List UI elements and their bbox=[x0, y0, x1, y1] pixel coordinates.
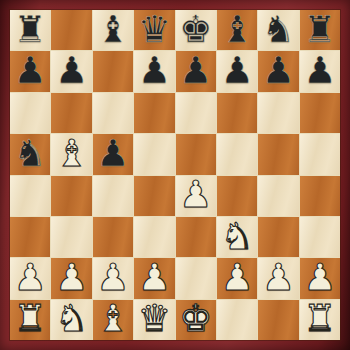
square-g3[interactable] bbox=[258, 217, 298, 257]
square-a6[interactable] bbox=[10, 93, 50, 133]
square-g4[interactable] bbox=[258, 176, 298, 216]
square-g1[interactable] bbox=[258, 300, 298, 340]
square-d2[interactable]: ♟ bbox=[134, 258, 174, 298]
white-pawn-piece[interactable]: ♟ bbox=[220, 259, 253, 296]
square-b6[interactable] bbox=[51, 93, 91, 133]
square-f1[interactable] bbox=[217, 300, 257, 340]
square-f6[interactable] bbox=[217, 93, 257, 133]
black-bishop-piece[interactable]: ♝ bbox=[96, 11, 129, 48]
square-f2[interactable]: ♟ bbox=[217, 258, 257, 298]
square-h1[interactable]: ♜ bbox=[300, 300, 340, 340]
black-pawn-piece[interactable]: ♟ bbox=[96, 135, 129, 172]
square-g6[interactable] bbox=[258, 93, 298, 133]
white-king-piece[interactable]: ♚ bbox=[179, 300, 212, 337]
black-king-piece[interactable]: ♚ bbox=[179, 11, 212, 48]
square-h4[interactable] bbox=[300, 176, 340, 216]
square-b1[interactable]: ♞ bbox=[51, 300, 91, 340]
white-queen-piece[interactable]: ♛ bbox=[138, 300, 171, 337]
square-d4[interactable] bbox=[134, 176, 174, 216]
black-pawn-piece[interactable]: ♟ bbox=[138, 52, 171, 89]
square-a1[interactable]: ♜ bbox=[10, 300, 50, 340]
square-d7[interactable]: ♟ bbox=[134, 51, 174, 91]
square-g8[interactable]: ♞ bbox=[258, 10, 298, 50]
square-g2[interactable]: ♟ bbox=[258, 258, 298, 298]
square-e5[interactable] bbox=[176, 134, 216, 174]
square-e6[interactable] bbox=[176, 93, 216, 133]
square-e8[interactable]: ♚ bbox=[176, 10, 216, 50]
white-knight-piece[interactable]: ♞ bbox=[220, 218, 253, 255]
white-rook-piece[interactable]: ♜ bbox=[14, 300, 47, 337]
black-pawn-piece[interactable]: ♟ bbox=[55, 52, 88, 89]
square-a2[interactable]: ♟ bbox=[10, 258, 50, 298]
white-pawn-piece[interactable]: ♟ bbox=[262, 259, 295, 296]
black-rook-piece[interactable]: ♜ bbox=[303, 11, 336, 48]
square-e2[interactable] bbox=[176, 258, 216, 298]
square-b8[interactable] bbox=[51, 10, 91, 50]
square-a7[interactable]: ♟ bbox=[10, 51, 50, 91]
square-c3[interactable] bbox=[93, 217, 133, 257]
black-pawn-piece[interactable]: ♟ bbox=[303, 52, 336, 89]
square-f4[interactable] bbox=[217, 176, 257, 216]
black-pawn-piece[interactable]: ♟ bbox=[179, 52, 212, 89]
black-pawn-piece[interactable]: ♟ bbox=[262, 52, 295, 89]
square-h6[interactable] bbox=[300, 93, 340, 133]
white-pawn-piece[interactable]: ♟ bbox=[96, 259, 129, 296]
square-b4[interactable] bbox=[51, 176, 91, 216]
square-c2[interactable]: ♟ bbox=[93, 258, 133, 298]
square-c7[interactable] bbox=[93, 51, 133, 91]
square-c4[interactable] bbox=[93, 176, 133, 216]
square-d1[interactable]: ♛ bbox=[134, 300, 174, 340]
square-h7[interactable]: ♟ bbox=[300, 51, 340, 91]
square-a5[interactable]: ♞ bbox=[10, 134, 50, 174]
square-h2[interactable]: ♟ bbox=[300, 258, 340, 298]
square-b7[interactable]: ♟ bbox=[51, 51, 91, 91]
white-pawn-piece[interactable]: ♟ bbox=[138, 259, 171, 296]
square-e3[interactable] bbox=[176, 217, 216, 257]
black-pawn-piece[interactable]: ♟ bbox=[14, 52, 47, 89]
square-d5[interactable] bbox=[134, 134, 174, 174]
black-pawn-piece[interactable]: ♟ bbox=[220, 52, 253, 89]
chess-board: ♜♝♛♚♝♞♜♟♟♟♟♟♟♟♞♝♟♟♞♟♟♟♟♟♟♟♜♞♝♛♚♜ bbox=[10, 10, 340, 340]
square-b2[interactable]: ♟ bbox=[51, 258, 91, 298]
square-h3[interactable] bbox=[300, 217, 340, 257]
square-h5[interactable] bbox=[300, 134, 340, 174]
black-knight-piece[interactable]: ♞ bbox=[14, 135, 47, 172]
white-bishop-piece[interactable]: ♝ bbox=[55, 135, 88, 172]
square-f5[interactable] bbox=[217, 134, 257, 174]
square-d8[interactable]: ♛ bbox=[134, 10, 174, 50]
square-e7[interactable]: ♟ bbox=[176, 51, 216, 91]
square-c8[interactable]: ♝ bbox=[93, 10, 133, 50]
square-c5[interactable]: ♟ bbox=[93, 134, 133, 174]
board-frame: ♜♝♛♚♝♞♜♟♟♟♟♟♟♟♞♝♟♟♞♟♟♟♟♟♟♟♜♞♝♛♚♜ bbox=[0, 0, 350, 350]
square-f7[interactable]: ♟ bbox=[217, 51, 257, 91]
white-pawn-piece[interactable]: ♟ bbox=[55, 259, 88, 296]
square-f8[interactable]: ♝ bbox=[217, 10, 257, 50]
white-pawn-piece[interactable]: ♟ bbox=[179, 176, 212, 213]
square-h8[interactable]: ♜ bbox=[300, 10, 340, 50]
square-b3[interactable] bbox=[51, 217, 91, 257]
black-bishop-piece[interactable]: ♝ bbox=[220, 11, 253, 48]
white-knight-piece[interactable]: ♞ bbox=[55, 300, 88, 337]
square-d6[interactable] bbox=[134, 93, 174, 133]
square-a3[interactable] bbox=[10, 217, 50, 257]
square-d3[interactable] bbox=[134, 217, 174, 257]
square-c1[interactable]: ♝ bbox=[93, 300, 133, 340]
square-g5[interactable] bbox=[258, 134, 298, 174]
white-rook-piece[interactable]: ♜ bbox=[303, 300, 336, 337]
square-a8[interactable]: ♜ bbox=[10, 10, 50, 50]
white-pawn-piece[interactable]: ♟ bbox=[14, 259, 47, 296]
square-g7[interactable]: ♟ bbox=[258, 51, 298, 91]
black-queen-piece[interactable]: ♛ bbox=[138, 11, 171, 48]
black-knight-piece[interactable]: ♞ bbox=[262, 11, 295, 48]
square-b5[interactable]: ♝ bbox=[51, 134, 91, 174]
square-c6[interactable] bbox=[93, 93, 133, 133]
white-pawn-piece[interactable]: ♟ bbox=[303, 259, 336, 296]
square-e4[interactable]: ♟ bbox=[176, 176, 216, 216]
square-f3[interactable]: ♞ bbox=[217, 217, 257, 257]
square-e1[interactable]: ♚ bbox=[176, 300, 216, 340]
black-rook-piece[interactable]: ♜ bbox=[14, 11, 47, 48]
square-a4[interactable] bbox=[10, 176, 50, 216]
white-bishop-piece[interactable]: ♝ bbox=[96, 300, 129, 337]
